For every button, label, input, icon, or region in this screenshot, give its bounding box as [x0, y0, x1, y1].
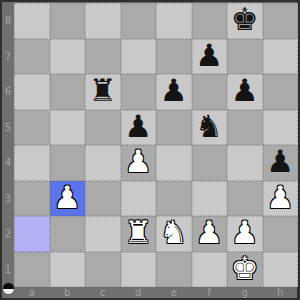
file-label-g: g — [227, 287, 263, 298]
square-c2[interactable] — [85, 216, 121, 252]
square-e3[interactable] — [156, 181, 192, 217]
square-d8[interactable] — [121, 3, 157, 39]
square-h8[interactable] — [263, 3, 299, 39]
square-h2[interactable] — [263, 216, 299, 252]
square-c4[interactable] — [85, 145, 121, 181]
square-f2[interactable]: ♟ — [192, 216, 228, 252]
file-label-a: a — [14, 287, 50, 298]
square-b6[interactable] — [50, 74, 86, 110]
square-f6[interactable] — [192, 74, 228, 110]
square-g2[interactable]: ♟ — [227, 216, 263, 252]
rank-label-3: 3 — [2, 181, 14, 217]
square-f7[interactable]: ♟ — [192, 39, 228, 75]
square-b1[interactable] — [50, 252, 86, 288]
square-f3[interactable] — [192, 181, 228, 217]
white-pawn[interactable]: ♟ — [124, 146, 152, 177]
square-a1[interactable] — [14, 252, 50, 288]
file-label-h: h — [263, 287, 299, 298]
square-a8[interactable] — [14, 3, 50, 39]
rank-label-4: 4 — [2, 145, 14, 181]
black-rook[interactable]: ♜ — [89, 75, 117, 106]
square-g6[interactable]: ♟ — [227, 74, 263, 110]
square-d4[interactable]: ♟ — [121, 145, 157, 181]
square-d7[interactable] — [121, 39, 157, 75]
square-d3[interactable] — [121, 181, 157, 217]
square-a3[interactable] — [14, 181, 50, 217]
white-pawn[interactable]: ♟ — [195, 217, 223, 248]
chess-board[interactable]: ♚♟♜♟♟♟♞♟♟♟♟♜♞♟♟♚ — [14, 3, 298, 287]
black-pawn[interactable]: ♟ — [266, 146, 294, 177]
square-e6[interactable]: ♟ — [156, 74, 192, 110]
square-e1[interactable] — [156, 252, 192, 288]
square-d6[interactable] — [121, 74, 157, 110]
square-c5[interactable] — [85, 110, 121, 146]
square-g5[interactable] — [227, 110, 263, 146]
square-f5[interactable]: ♞ — [192, 110, 228, 146]
black-pawn[interactable]: ♟ — [160, 75, 188, 106]
square-d5[interactable]: ♟ — [121, 110, 157, 146]
square-b3[interactable]: ♟ — [50, 181, 86, 217]
rank-label-5: 5 — [2, 110, 14, 146]
square-g3[interactable] — [227, 181, 263, 217]
square-g7[interactable] — [227, 39, 263, 75]
square-e2[interactable]: ♞ — [156, 216, 192, 252]
square-h1[interactable] — [263, 252, 299, 288]
file-label-c: c — [85, 287, 121, 298]
square-a5[interactable] — [14, 110, 50, 146]
square-c8[interactable] — [85, 3, 121, 39]
black-pawn[interactable]: ♟ — [231, 75, 259, 106]
square-a6[interactable] — [14, 74, 50, 110]
file-labels: abcdefgh — [14, 287, 298, 298]
square-b2[interactable] — [50, 216, 86, 252]
square-a7[interactable] — [14, 39, 50, 75]
white-king[interactable]: ♚ — [231, 253, 259, 284]
black-pawn[interactable]: ♟ — [195, 40, 223, 71]
square-a2[interactable] — [14, 216, 50, 252]
black-king[interactable]: ♚ — [231, 4, 259, 35]
square-e5[interactable] — [156, 110, 192, 146]
square-b7[interactable] — [50, 39, 86, 75]
square-d1[interactable] — [121, 252, 157, 288]
square-g8[interactable]: ♚ — [227, 3, 263, 39]
turn-indicator-icon — [3, 283, 14, 294]
square-b4[interactable] — [50, 145, 86, 181]
black-knight[interactable]: ♞ — [195, 111, 223, 142]
file-label-b: b — [50, 287, 86, 298]
square-f4[interactable] — [192, 145, 228, 181]
square-g4[interactable] — [227, 145, 263, 181]
black-pawn[interactable]: ♟ — [124, 111, 152, 142]
file-label-f: f — [192, 287, 228, 298]
square-h3[interactable]: ♟ — [263, 181, 299, 217]
white-rook[interactable]: ♜ — [124, 217, 152, 248]
file-label-e: e — [156, 287, 192, 298]
white-knight[interactable]: ♞ — [160, 217, 188, 248]
square-d2[interactable]: ♜ — [121, 216, 157, 252]
square-c6[interactable]: ♜ — [85, 74, 121, 110]
rank-label-1: 1 — [2, 252, 14, 288]
square-h4[interactable]: ♟ — [263, 145, 299, 181]
chess-app-window: 87654321 ♚♟♜♟♟♟♞♟♟♟♟♜♞♟♟♚ abcdefgh — [0, 0, 300, 300]
square-c1[interactable] — [85, 252, 121, 288]
rank-label-8: 8 — [2, 3, 14, 39]
square-e4[interactable] — [156, 145, 192, 181]
square-b8[interactable] — [50, 3, 86, 39]
rank-label-7: 7 — [2, 39, 14, 75]
square-f1[interactable] — [192, 252, 228, 288]
square-h7[interactable] — [263, 39, 299, 75]
square-c3[interactable] — [85, 181, 121, 217]
rank-labels: 87654321 — [2, 3, 14, 287]
rank-label-2: 2 — [2, 216, 14, 252]
file-label-d: d — [121, 287, 157, 298]
white-pawn[interactable]: ♟ — [231, 217, 259, 248]
square-f8[interactable] — [192, 3, 228, 39]
square-h6[interactable] — [263, 74, 299, 110]
rank-label-6: 6 — [2, 74, 14, 110]
square-b5[interactable] — [50, 110, 86, 146]
square-c7[interactable] — [85, 39, 121, 75]
square-e8[interactable] — [156, 3, 192, 39]
white-pawn[interactable]: ♟ — [53, 182, 81, 213]
white-pawn[interactable]: ♟ — [266, 182, 294, 213]
square-e7[interactable] — [156, 39, 192, 75]
square-g1[interactable]: ♚ — [227, 252, 263, 288]
square-a4[interactable] — [14, 145, 50, 181]
square-h5[interactable] — [263, 110, 299, 146]
